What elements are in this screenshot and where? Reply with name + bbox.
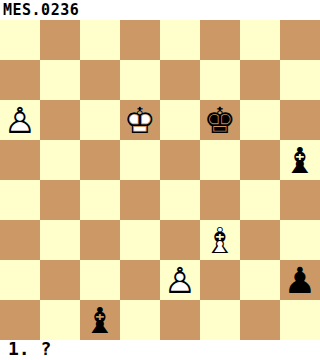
square-c2[interactable]: [80, 260, 120, 300]
square-f6[interactable]: ♚: [200, 100, 240, 140]
diagram-title: MES.0236: [3, 1, 79, 20]
square-a4[interactable]: [0, 180, 40, 220]
square-g5[interactable]: [240, 140, 280, 180]
square-b7[interactable]: [40, 60, 80, 100]
piece-black-bishop: ♝: [80, 300, 120, 340]
square-a6[interactable]: ♟♙: [0, 100, 40, 140]
square-d6[interactable]: ♚♔: [120, 100, 160, 140]
square-b2[interactable]: [40, 260, 80, 300]
square-f1[interactable]: [200, 300, 240, 340]
square-e1[interactable]: [160, 300, 200, 340]
square-a5[interactable]: [0, 140, 40, 180]
square-d1[interactable]: [120, 300, 160, 340]
square-h7[interactable]: [280, 60, 320, 100]
square-h4[interactable]: [280, 180, 320, 220]
square-a2[interactable]: [0, 260, 40, 300]
piece-white-pawn: ♙: [160, 260, 200, 300]
square-a8[interactable]: [0, 20, 40, 60]
piece-fill-white-bishop: ♝: [200, 220, 240, 260]
square-h3[interactable]: [280, 220, 320, 260]
square-d5[interactable]: [120, 140, 160, 180]
square-f7[interactable]: [200, 60, 240, 100]
square-b1[interactable]: [40, 300, 80, 340]
square-f3[interactable]: ♝♗: [200, 220, 240, 260]
square-e5[interactable]: [160, 140, 200, 180]
square-c8[interactable]: [80, 20, 120, 60]
square-c1[interactable]: ♝: [80, 300, 120, 340]
square-g7[interactable]: [240, 60, 280, 100]
square-c6[interactable]: [80, 100, 120, 140]
square-h5[interactable]: ♝: [280, 140, 320, 180]
square-h8[interactable]: [280, 20, 320, 60]
square-a3[interactable]: [0, 220, 40, 260]
piece-white-pawn: ♙: [0, 100, 40, 140]
square-b4[interactable]: [40, 180, 80, 220]
square-g6[interactable]: [240, 100, 280, 140]
piece-white-king: ♔: [120, 100, 160, 140]
square-e7[interactable]: [160, 60, 200, 100]
square-a7[interactable]: [0, 60, 40, 100]
square-b5[interactable]: [40, 140, 80, 180]
square-g4[interactable]: [240, 180, 280, 220]
piece-white-bishop: ♗: [200, 220, 240, 260]
piece-fill-white-king: ♚: [120, 100, 160, 140]
square-a1[interactable]: [0, 300, 40, 340]
square-d4[interactable]: [120, 180, 160, 220]
square-f2[interactable]: [200, 260, 240, 300]
square-b6[interactable]: [40, 100, 80, 140]
square-b8[interactable]: [40, 20, 80, 60]
square-c5[interactable]: [80, 140, 120, 180]
square-h1[interactable]: [280, 300, 320, 340]
piece-black-bishop: ♝: [280, 140, 320, 180]
square-d2[interactable]: [120, 260, 160, 300]
square-c4[interactable]: [80, 180, 120, 220]
square-f8[interactable]: [200, 20, 240, 60]
square-h2[interactable]: ♟: [280, 260, 320, 300]
square-c7[interactable]: [80, 60, 120, 100]
square-g1[interactable]: [240, 300, 280, 340]
square-g8[interactable]: [240, 20, 280, 60]
move-prompt: 1. ?: [8, 338, 51, 360]
square-b3[interactable]: [40, 220, 80, 260]
square-f5[interactable]: [200, 140, 240, 180]
square-e2[interactable]: ♟♙: [160, 260, 200, 300]
chess-board: ♟♙♚♔♚♝♝♗♟♙♟♝: [0, 20, 320, 340]
piece-black-pawn: ♟: [280, 260, 320, 300]
square-d7[interactable]: [120, 60, 160, 100]
piece-fill-white-pawn: ♟: [160, 260, 200, 300]
square-e6[interactable]: [160, 100, 200, 140]
square-g2[interactable]: [240, 260, 280, 300]
square-g3[interactable]: [240, 220, 280, 260]
square-c3[interactable]: [80, 220, 120, 260]
square-h6[interactable]: [280, 100, 320, 140]
piece-black-king: ♚: [200, 100, 240, 140]
square-d8[interactable]: [120, 20, 160, 60]
square-e3[interactable]: [160, 220, 200, 260]
square-e8[interactable]: [160, 20, 200, 60]
piece-fill-white-pawn: ♟: [0, 100, 40, 140]
square-f4[interactable]: [200, 180, 240, 220]
square-e4[interactable]: [160, 180, 200, 220]
square-d3[interactable]: [120, 220, 160, 260]
